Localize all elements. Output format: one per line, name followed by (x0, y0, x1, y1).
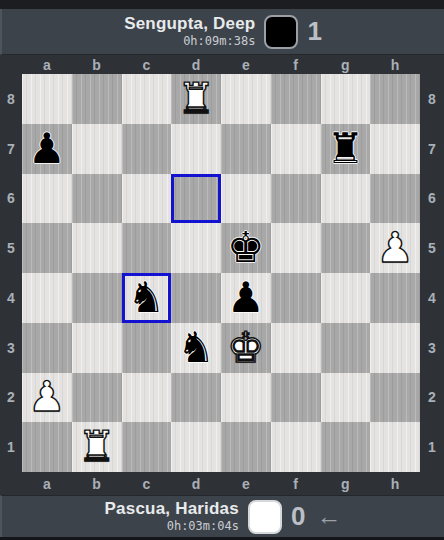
board: ♜♟♜♚♟♞♟♞♚♟♜ (22, 74, 420, 472)
square-a7[interactable]: ♟ (22, 124, 72, 174)
square-h2[interactable] (370, 373, 420, 423)
file-label-g: g (321, 55, 371, 74)
square-e1[interactable] (221, 422, 271, 472)
square-d5[interactable] (171, 223, 221, 273)
square-e2[interactable] (221, 373, 271, 423)
top-player-bar: Sengupta, Deep 0h:09m:38s 1 (0, 9, 444, 55)
rank-label-2: 2 (420, 373, 444, 423)
square-e3[interactable]: ♚ (221, 323, 271, 373)
rank-labels-left: 87654321 (0, 74, 22, 472)
rank-label-7: 7 (420, 124, 444, 174)
square-b2[interactable] (72, 373, 122, 423)
black-knight-d3[interactable]: ♞ (177, 327, 215, 369)
file-label-b: b (72, 472, 122, 495)
square-h5[interactable]: ♟ (370, 223, 420, 273)
file-label-f: f (271, 55, 321, 74)
square-b5[interactable] (72, 223, 122, 273)
square-b4[interactable] (72, 273, 122, 323)
file-label-h: h (370, 55, 420, 74)
rank-label-2: 2 (0, 373, 22, 423)
rank-label-1: 1 (0, 422, 22, 472)
square-f6[interactable] (271, 174, 321, 224)
file-label-d: d (171, 55, 221, 74)
rank-label-4: 4 (420, 273, 444, 323)
square-f4[interactable] (271, 273, 321, 323)
top-player-name: Sengupta, Deep (124, 15, 255, 34)
corner-bottom-left (0, 472, 22, 495)
black-king-e5[interactable]: ♚ (227, 227, 265, 269)
square-c2[interactable] (122, 373, 172, 423)
square-e7[interactable] (221, 124, 271, 174)
file-label-h: h (370, 472, 420, 495)
square-a3[interactable] (22, 323, 72, 373)
top-player-score: 1 (307, 16, 321, 47)
file-labels-top: abcdefgh (22, 55, 420, 74)
top-strip (0, 0, 444, 9)
square-c8[interactable] (122, 74, 172, 124)
square-h3[interactable] (370, 323, 420, 373)
square-g2[interactable] (321, 373, 371, 423)
square-a2[interactable]: ♟ (22, 373, 72, 423)
square-g8[interactable] (321, 74, 371, 124)
square-f2[interactable] (271, 373, 321, 423)
square-d4[interactable] (171, 273, 221, 323)
black-side-icon (264, 15, 298, 49)
square-f1[interactable] (271, 422, 321, 472)
file-label-c: c (122, 55, 172, 74)
chess-app: Sengupta, Deep 0h:09m:38s 1 abcdefgh 876… (0, 0, 444, 540)
square-g1[interactable] (321, 422, 371, 472)
square-c3[interactable] (122, 323, 172, 373)
square-d7[interactable] (171, 124, 221, 174)
rank-label-5: 5 (420, 223, 444, 273)
file-label-c: c (122, 472, 172, 495)
square-h4[interactable] (370, 273, 420, 323)
square-h1[interactable] (370, 422, 420, 472)
rank-label-1: 1 (420, 422, 444, 472)
square-f5[interactable] (271, 223, 321, 273)
rank-label-6: 6 (0, 174, 22, 224)
black-rook-g7[interactable]: ♜ (327, 128, 365, 170)
corner-top-left (0, 55, 22, 74)
rank-label-8: 8 (0, 74, 22, 124)
bottom-player-clock: 0h:03m:04s (167, 520, 239, 533)
square-e5[interactable]: ♚ (221, 223, 271, 273)
file-label-a: a (22, 472, 72, 495)
square-b8[interactable] (72, 74, 122, 124)
square-c6[interactable] (122, 174, 172, 224)
square-d6[interactable] (171, 174, 221, 224)
file-labels-bottom: abcdefgh (22, 472, 420, 495)
file-label-g: g (321, 472, 371, 495)
square-h6[interactable] (370, 174, 420, 224)
square-d2[interactable] (171, 373, 221, 423)
black-pawn-e4[interactable]: ♟ (227, 277, 265, 319)
white-pawn-h5[interactable]: ♟ (376, 227, 414, 269)
file-label-a: a (22, 55, 72, 74)
square-f7[interactable] (271, 124, 321, 174)
square-d1[interactable] (171, 422, 221, 472)
rank-label-6: 6 (420, 174, 444, 224)
square-g5[interactable] (321, 223, 371, 273)
square-e8[interactable] (221, 74, 271, 124)
square-a1[interactable] (22, 422, 72, 472)
black-pawn-a7[interactable]: ♟ (28, 128, 66, 170)
square-g7[interactable]: ♜ (321, 124, 371, 174)
square-c5[interactable] (122, 223, 172, 273)
square-b3[interactable] (72, 323, 122, 373)
white-rook-b1[interactable]: ♜ (78, 426, 116, 468)
square-b1[interactable]: ♜ (72, 422, 122, 472)
square-c4[interactable]: ♞ (122, 273, 172, 323)
square-e6[interactable] (221, 174, 271, 224)
file-label-b: b (72, 55, 122, 74)
bottom-player-score: 0 (291, 501, 305, 532)
square-b6[interactable] (72, 174, 122, 224)
file-label-e: e (221, 472, 271, 495)
square-e4[interactable]: ♟ (221, 273, 271, 323)
white-rook-d8[interactable]: ♜ (177, 78, 215, 120)
file-label-d: d (171, 472, 221, 495)
square-f8[interactable] (271, 74, 321, 124)
rank-label-7: 7 (0, 124, 22, 174)
file-label-f: f (271, 472, 321, 495)
top-player-clock: 0h:09m:38s (183, 35, 255, 48)
square-c1[interactable] (122, 422, 172, 472)
top-player-info: Sengupta, Deep 0h:09m:38s (124, 15, 255, 48)
square-g3[interactable] (321, 323, 371, 373)
square-h8[interactable] (370, 74, 420, 124)
square-d3[interactable]: ♞ (171, 323, 221, 373)
square-d8[interactable]: ♜ (171, 74, 221, 124)
board-section: abcdefgh 87654321 ♜♟♜♚♟♞♟♞♚♟♜ 87654321 a… (0, 55, 444, 495)
bottom-player-bar: Pascua, Haridas 0h:03m:04s 0 ← (0, 495, 444, 537)
square-g6[interactable] (321, 174, 371, 224)
square-a8[interactable] (22, 74, 72, 124)
white-king-e3[interactable]: ♚ (227, 327, 265, 369)
square-h7[interactable] (370, 124, 420, 174)
square-b7[interactable] (72, 124, 122, 174)
square-a5[interactable] (22, 223, 72, 273)
rank-label-3: 3 (0, 323, 22, 373)
rank-label-4: 4 (0, 273, 22, 323)
square-f3[interactable] (271, 323, 321, 373)
rank-label-5: 5 (0, 223, 22, 273)
square-g4[interactable] (321, 273, 371, 323)
black-knight-c4[interactable]: ♞ (128, 277, 166, 319)
white-side-icon (248, 500, 282, 534)
corner-top-right (420, 55, 444, 74)
square-c7[interactable] (122, 124, 172, 174)
rank-label-3: 3 (420, 323, 444, 373)
rank-labels-right: 87654321 (420, 74, 444, 472)
file-label-e: e (221, 55, 271, 74)
white-pawn-a2[interactable]: ♟ (28, 376, 66, 418)
bottom-player-name: Pascua, Haridas (105, 500, 239, 519)
corner-bottom-right (420, 472, 444, 495)
bottom-player-info: Pascua, Haridas 0h:03m:04s (105, 500, 239, 533)
move-indicator-arrow: ← (316, 502, 341, 531)
square-a4[interactable] (22, 273, 72, 323)
square-a6[interactable] (22, 174, 72, 224)
rank-label-8: 8 (420, 74, 444, 124)
